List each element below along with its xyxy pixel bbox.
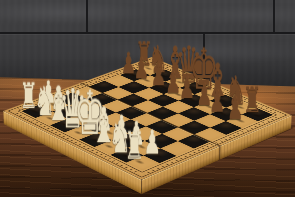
chess-board: ♜♞♝♛♚♝♞♜♟♟♟♟♟♟♟♟♟♟♟♟♟♟♟♟♜♞♝♛♚♝♞♜ bbox=[3, 57, 291, 180]
chess-scene: ♜♞♝♛♚♝♞♜♟♟♟♟♟♟♟♟♟♟♟♟♟♟♟♟♜♞♝♛♚♝♞♜ bbox=[0, 0, 295, 197]
black-pawn-icon: ♟ bbox=[215, 92, 256, 123]
white-rook-icon: ♜ bbox=[112, 127, 156, 165]
chess-photo-stage: ♜♞♝♛♚♝♞♜♟♟♟♟♟♟♟♟♟♟♟♟♟♟♟♟♜♞♝♛♚♝♞♜ bbox=[0, 0, 295, 197]
